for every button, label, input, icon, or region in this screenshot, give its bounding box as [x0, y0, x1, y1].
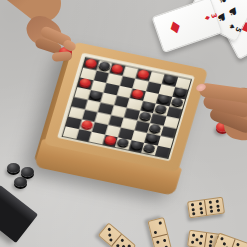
- domino-pip: [163, 238, 167, 242]
- black-checker: [174, 87, 187, 97]
- black-checker: [98, 61, 111, 71]
- loose-black-checker: [7, 163, 20, 173]
- domino-pip: [195, 237, 198, 240]
- checkers-board: [62, 57, 192, 159]
- domino-pip: [192, 207, 195, 210]
- domino-pip: [108, 232, 112, 236]
- domino-pip: [192, 211, 195, 214]
- red-checker: [85, 58, 98, 68]
- black-checker: [142, 101, 155, 111]
- black-checker: [130, 140, 143, 150]
- domino-half: [188, 200, 207, 217]
- domino-3-3: [213, 232, 247, 247]
- black-checker: [171, 97, 184, 107]
- red-checker: [81, 120, 94, 130]
- black-checker: [89, 90, 102, 100]
- domino-pip: [209, 239, 212, 242]
- black-checker: [143, 143, 156, 153]
- loose-black-checker: [14, 177, 27, 187]
- domino-pip: [199, 210, 202, 213]
- black-checker: [117, 138, 130, 148]
- game-board-box: [44, 42, 208, 173]
- board-square: [154, 146, 170, 159]
- card-index: 3♦: [202, 12, 217, 22]
- card-suit-pip: ♠: [215, 0, 230, 7]
- domino-pip: [158, 221, 162, 225]
- domino-pip: [199, 241, 202, 244]
- domino-pip: [200, 234, 203, 237]
- domino-pip: [210, 209, 213, 212]
- domino-pip: [208, 243, 211, 246]
- black-checker: [155, 104, 168, 114]
- black-checker: [164, 75, 177, 85]
- domino-pip: [208, 200, 211, 203]
- card-box: [0, 185, 38, 243]
- black-checker: [158, 94, 171, 104]
- domino-pip: [107, 227, 111, 231]
- domino-pip: [223, 241, 227, 245]
- red-checker: [137, 69, 150, 79]
- red-checker: [111, 64, 124, 74]
- domino-pip: [220, 236, 224, 240]
- black-checker: [149, 124, 162, 134]
- domino-pip: [116, 243, 120, 247]
- domino-pip: [192, 233, 195, 236]
- card-suit-pip: ♦: [165, 18, 185, 39]
- red-checker: [104, 135, 117, 145]
- domino-pip: [216, 199, 219, 202]
- domino-pip: [127, 243, 131, 247]
- board-margin: [57, 53, 195, 161]
- domino-pip: [198, 202, 201, 205]
- domino-3-5: [98, 222, 137, 247]
- card-index: 5♠: [226, 22, 241, 34]
- black-checker: [146, 133, 159, 143]
- domino-half: [205, 197, 224, 214]
- domino-half: [188, 230, 207, 247]
- domino-pip: [121, 238, 125, 242]
- photo-scene: ♥♥ ♠♠♠♠♠5♠ ♦3♦: [0, 0, 247, 247]
- domino-pip: [199, 206, 202, 209]
- domino-pip: [209, 205, 212, 208]
- black-checker: [139, 111, 152, 121]
- domino-pip: [210, 235, 213, 238]
- diamonds-card: ♦3♦: [152, 0, 223, 53]
- loose-black-checker: [21, 167, 34, 177]
- domino-6-6: [187, 196, 225, 218]
- red-checker: [132, 89, 145, 99]
- domino-pip: [217, 208, 220, 211]
- domino-pip: [236, 242, 240, 246]
- domino-pip: [191, 240, 194, 243]
- domino-pip: [156, 240, 160, 244]
- domino-2-4: [147, 216, 172, 247]
- domino-pip: [121, 243, 125, 247]
- domino-pip: [109, 237, 113, 241]
- domino-pip: [191, 203, 194, 206]
- domino-pip: [154, 230, 158, 234]
- red-checker: [79, 78, 92, 88]
- domino-pip: [216, 204, 219, 207]
